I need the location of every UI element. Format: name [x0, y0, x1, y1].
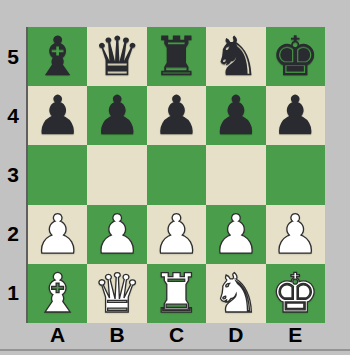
square-c3[interactable]: [147, 145, 206, 204]
square-b2[interactable]: ♟: [87, 205, 146, 264]
piece-white-pawn[interactable]: ♟: [93, 205, 141, 264]
piece-black-pawn[interactable]: ♟: [93, 86, 141, 145]
piece-white-king[interactable]: ♚: [271, 264, 319, 323]
piece-black-knight[interactable]: ♞: [212, 27, 260, 86]
rank-label-4: 4: [0, 86, 26, 145]
square-b5[interactable]: ♛: [87, 27, 146, 86]
piece-black-queen[interactable]: ♛: [93, 27, 141, 86]
piece-black-pawn[interactable]: ♟: [33, 86, 81, 145]
square-e5[interactable]: ♚: [266, 27, 325, 86]
separator-line: [0, 349, 350, 351]
piece-white-pawn[interactable]: ♟: [212, 205, 260, 264]
square-a3[interactable]: [28, 145, 87, 204]
file-label-b: B: [87, 322, 146, 348]
piece-black-king[interactable]: ♚: [271, 27, 319, 86]
square-e2[interactable]: ♟: [266, 205, 325, 264]
piece-black-bishop[interactable]: ♝: [33, 27, 81, 86]
piece-white-pawn[interactable]: ♟: [271, 205, 319, 264]
piece-black-pawn[interactable]: ♟: [152, 86, 200, 145]
square-e4[interactable]: ♟: [266, 86, 325, 145]
square-d2[interactable]: ♟: [206, 205, 265, 264]
piece-white-pawn[interactable]: ♟: [33, 205, 81, 264]
square-e3[interactable]: [266, 145, 325, 204]
square-a1[interactable]: ♝: [28, 264, 87, 323]
square-d3[interactable]: [206, 145, 265, 204]
file-label-e: E: [266, 322, 325, 348]
square-b1[interactable]: ♛: [87, 264, 146, 323]
square-c5[interactable]: ♜: [147, 27, 206, 86]
rank-label-1: 1: [0, 264, 26, 323]
square-a5[interactable]: ♝: [28, 27, 87, 86]
square-c1[interactable]: ♜: [147, 264, 206, 323]
square-c2[interactable]: ♟: [147, 205, 206, 264]
rank-labels: 5 4 3 2 1: [0, 27, 26, 323]
square-c4[interactable]: ♟: [147, 86, 206, 145]
piece-white-queen[interactable]: ♛: [93, 264, 141, 323]
file-label-c: C: [147, 322, 206, 348]
square-a2[interactable]: ♟: [28, 205, 87, 264]
piece-white-rook[interactable]: ♜: [152, 264, 200, 323]
file-label-d: D: [206, 322, 265, 348]
piece-white-knight[interactable]: ♞: [212, 264, 260, 323]
piece-black-pawn[interactable]: ♟: [271, 86, 319, 145]
rank-label-3: 3: [0, 145, 26, 204]
piece-white-pawn[interactable]: ♟: [152, 205, 200, 264]
square-d4[interactable]: ♟: [206, 86, 265, 145]
square-b4[interactable]: ♟: [87, 86, 146, 145]
square-d5[interactable]: ♞: [206, 27, 265, 86]
square-e1[interactable]: ♚: [266, 264, 325, 323]
rank-label-5: 5: [0, 27, 26, 86]
board[interactable]: ♝♛♜♞♚♟♟♟♟♟♟♟♟♟♟♝♛♜♞♚: [28, 27, 325, 323]
piece-black-rook[interactable]: ♜: [152, 27, 200, 86]
square-a4[interactable]: ♟: [28, 86, 87, 145]
file-labels: A B C D E: [28, 322, 325, 348]
file-label-a: A: [28, 322, 87, 348]
piece-black-pawn[interactable]: ♟: [212, 86, 260, 145]
chessboard-widget: 5 4 3 2 1 ♝♛♜♞♚♟♟♟♟♟♟♟♟♟♟♝♛♜♞♚ A B C D E: [0, 0, 350, 355]
square-d1[interactable]: ♞: [206, 264, 265, 323]
rank-label-2: 2: [0, 205, 26, 264]
piece-white-bishop[interactable]: ♝: [33, 264, 81, 323]
square-b3[interactable]: [87, 145, 146, 204]
